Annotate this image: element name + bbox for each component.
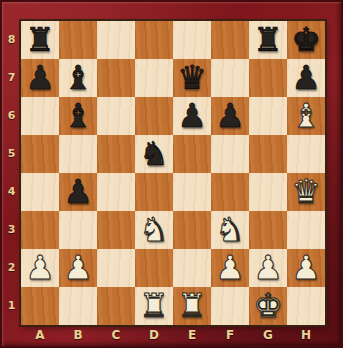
- piece-black-rook-a8[interactable]: ♜: [21, 21, 59, 59]
- piece-white-knight-d3[interactable]: ♞: [135, 211, 173, 249]
- square-g8[interactable]: ♜: [249, 21, 287, 59]
- board[interactable]: ♜♜♚♟♝♛♟♝♟♟♝♞♟♛♞♞♟♟♟♟♟♜♜♚: [21, 21, 325, 325]
- rank-label-6: 6: [2, 97, 21, 135]
- square-d7[interactable]: [135, 59, 173, 97]
- square-h8[interactable]: ♚: [287, 21, 325, 59]
- square-g4[interactable]: [249, 173, 287, 211]
- square-d5[interactable]: ♞: [135, 135, 173, 173]
- square-f4[interactable]: [211, 173, 249, 211]
- square-e2[interactable]: [173, 249, 211, 287]
- piece-black-pawn-f6[interactable]: ♟: [211, 97, 249, 135]
- square-b3[interactable]: [59, 211, 97, 249]
- file-label-h: H: [287, 327, 325, 346]
- square-a2[interactable]: ♟: [21, 249, 59, 287]
- piece-white-rook-d1[interactable]: ♜: [135, 287, 173, 325]
- piece-white-queen-h4[interactable]: ♛: [287, 173, 325, 211]
- file-label-c: C: [97, 327, 135, 346]
- piece-black-pawn-b4[interactable]: ♟: [59, 173, 97, 211]
- square-g7[interactable]: [249, 59, 287, 97]
- square-d8[interactable]: [135, 21, 173, 59]
- square-d1[interactable]: ♜: [135, 287, 173, 325]
- square-e1[interactable]: ♜: [173, 287, 211, 325]
- square-c4[interactable]: [97, 173, 135, 211]
- square-h6[interactable]: ♝: [287, 97, 325, 135]
- square-a6[interactable]: [21, 97, 59, 135]
- rank-label-3: 3: [2, 211, 21, 249]
- file-label-g: G: [249, 327, 287, 346]
- rank-label-7: 7: [2, 59, 21, 97]
- square-a5[interactable]: [21, 135, 59, 173]
- square-c8[interactable]: [97, 21, 135, 59]
- square-g2[interactable]: ♟: [249, 249, 287, 287]
- square-c2[interactable]: [97, 249, 135, 287]
- square-c1[interactable]: [97, 287, 135, 325]
- square-a4[interactable]: [21, 173, 59, 211]
- piece-black-pawn-a7[interactable]: ♟: [21, 59, 59, 97]
- piece-black-king-h8[interactable]: ♚: [287, 21, 325, 59]
- rank-label-4: 4: [2, 173, 21, 211]
- square-e3[interactable]: [173, 211, 211, 249]
- file-label-f: F: [211, 327, 249, 346]
- square-b1[interactable]: [59, 287, 97, 325]
- piece-black-queen-e7[interactable]: ♛: [173, 59, 211, 97]
- chess-board-frame: 87654321 ♜♜♚♟♝♛♟♝♟♟♝♞♟♛♞♞♟♟♟♟♟♜♜♚ ABCDEF…: [0, 0, 343, 348]
- square-d2[interactable]: [135, 249, 173, 287]
- square-h2[interactable]: ♟: [287, 249, 325, 287]
- square-f1[interactable]: [211, 287, 249, 325]
- square-f7[interactable]: [211, 59, 249, 97]
- square-e4[interactable]: [173, 173, 211, 211]
- piece-white-pawn-b2[interactable]: ♟: [59, 249, 97, 287]
- square-b2[interactable]: ♟: [59, 249, 97, 287]
- square-e8[interactable]: [173, 21, 211, 59]
- file-labels: ABCDEFGH: [21, 327, 325, 346]
- square-c5[interactable]: [97, 135, 135, 173]
- piece-black-pawn-e6[interactable]: ♟: [173, 97, 211, 135]
- square-g5[interactable]: [249, 135, 287, 173]
- square-b6[interactable]: ♝: [59, 97, 97, 135]
- square-g6[interactable]: [249, 97, 287, 135]
- rank-label-8: 8: [2, 21, 21, 59]
- square-e7[interactable]: ♛: [173, 59, 211, 97]
- square-c6[interactable]: [97, 97, 135, 135]
- square-f6[interactable]: ♟: [211, 97, 249, 135]
- piece-white-rook-e1[interactable]: ♜: [173, 287, 211, 325]
- square-f3[interactable]: ♞: [211, 211, 249, 249]
- file-label-d: D: [135, 327, 173, 346]
- square-c3[interactable]: [97, 211, 135, 249]
- file-label-a: A: [21, 327, 59, 346]
- square-c7[interactable]: [97, 59, 135, 97]
- piece-black-pawn-h7[interactable]: ♟: [287, 59, 325, 97]
- square-h7[interactable]: ♟: [287, 59, 325, 97]
- square-b4[interactable]: ♟: [59, 173, 97, 211]
- piece-black-bishop-b7[interactable]: ♝: [59, 59, 97, 97]
- square-f5[interactable]: [211, 135, 249, 173]
- piece-black-bishop-b6[interactable]: ♝: [59, 97, 97, 135]
- rank-label-1: 1: [2, 287, 21, 325]
- square-d4[interactable]: [135, 173, 173, 211]
- square-e6[interactable]: ♟: [173, 97, 211, 135]
- piece-white-pawn-a2[interactable]: ♟: [21, 249, 59, 287]
- square-g3[interactable]: [249, 211, 287, 249]
- piece-white-knight-f3[interactable]: ♞: [211, 211, 249, 249]
- square-f2[interactable]: ♟: [211, 249, 249, 287]
- square-a1[interactable]: [21, 287, 59, 325]
- square-g1[interactable]: ♚: [249, 287, 287, 325]
- rank-label-2: 2: [2, 249, 21, 287]
- file-label-e: E: [173, 327, 211, 346]
- square-b5[interactable]: [59, 135, 97, 173]
- piece-black-rook-g8[interactable]: ♜: [249, 21, 287, 59]
- square-e5[interactable]: [173, 135, 211, 173]
- piece-white-bishop-h6[interactable]: ♝: [287, 97, 325, 135]
- piece-black-knight-d5[interactable]: ♞: [135, 135, 173, 173]
- file-label-b: B: [59, 327, 97, 346]
- square-a7[interactable]: ♟: [21, 59, 59, 97]
- square-h5[interactable]: [287, 135, 325, 173]
- square-d6[interactable]: [135, 97, 173, 135]
- square-h4[interactable]: ♛: [287, 173, 325, 211]
- piece-white-pawn-g2[interactable]: ♟: [249, 249, 287, 287]
- piece-white-king-g1[interactable]: ♚: [249, 287, 287, 325]
- piece-white-pawn-f2[interactable]: ♟: [211, 249, 249, 287]
- square-b7[interactable]: ♝: [59, 59, 97, 97]
- square-h3[interactable]: [287, 211, 325, 249]
- square-a8[interactable]: ♜: [21, 21, 59, 59]
- square-d3[interactable]: ♞: [135, 211, 173, 249]
- square-f8[interactable]: [211, 21, 249, 59]
- square-b8[interactable]: [59, 21, 97, 59]
- square-a3[interactable]: [21, 211, 59, 249]
- rank-label-5: 5: [2, 135, 21, 173]
- piece-white-pawn-h2[interactable]: ♟: [287, 249, 325, 287]
- rank-labels: 87654321: [2, 21, 21, 325]
- square-h1[interactable]: [287, 287, 325, 325]
